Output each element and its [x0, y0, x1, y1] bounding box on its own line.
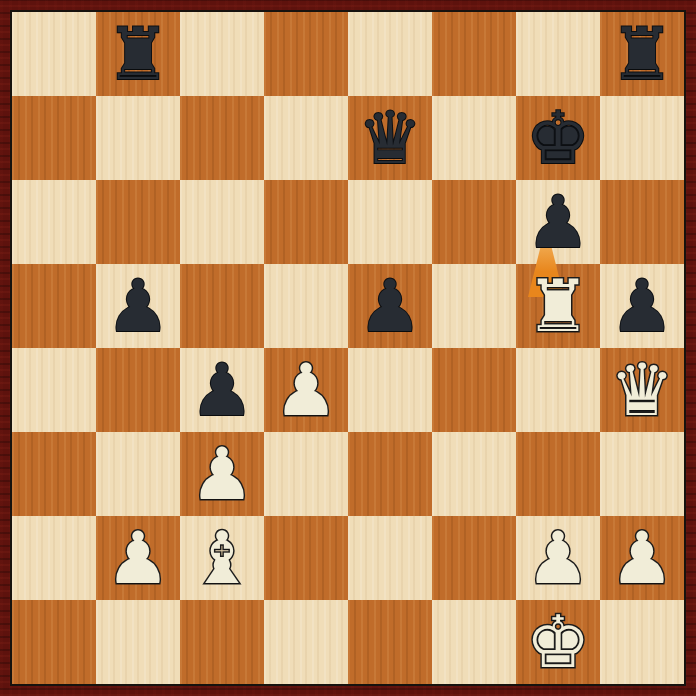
white-pawn[interactable]: ♟: [274, 348, 339, 432]
cell-d4: ♟: [264, 348, 348, 432]
black-pawn[interactable]: ♟: [106, 264, 171, 348]
chess-app: ♜♜♛♚♟♟♟♜♟♟♟♛♟♟♝♟♟♚: [0, 0, 696, 696]
cell-h4: ♛: [600, 348, 684, 432]
square-a5[interactable]: [12, 264, 96, 348]
cell-g5: ♜: [516, 264, 600, 348]
square-e3[interactable]: [348, 432, 432, 516]
square-f5[interactable]: [432, 264, 516, 348]
black-queen[interactable]: ♛: [358, 96, 423, 180]
square-g8[interactable]: [516, 12, 600, 96]
square-f3[interactable]: [432, 432, 516, 516]
black-pawn[interactable]: ♟: [610, 264, 675, 348]
square-e8[interactable]: [348, 12, 432, 96]
square-a2[interactable]: [12, 516, 96, 600]
white-king[interactable]: ♚: [526, 600, 591, 684]
white-pawn[interactable]: ♟: [610, 516, 675, 600]
square-f6[interactable]: [432, 180, 516, 264]
square-e1[interactable]: [348, 600, 432, 684]
cell-h5: ♟: [600, 264, 684, 348]
cell-g6: ♟: [516, 180, 600, 264]
white-pawn[interactable]: ♟: [106, 516, 171, 600]
white-pawn[interactable]: ♟: [526, 516, 591, 600]
white-pawn[interactable]: ♟: [190, 432, 255, 516]
white-bishop[interactable]: ♝: [190, 516, 255, 600]
cell-g2: ♟: [516, 516, 600, 600]
square-d8[interactable]: [264, 12, 348, 96]
square-b7[interactable]: [96, 96, 180, 180]
cell-c2: ♝: [180, 516, 264, 600]
square-c6[interactable]: [180, 180, 264, 264]
cell-g7: ♚: [516, 96, 600, 180]
square-d6[interactable]: [264, 180, 348, 264]
square-h3[interactable]: [600, 432, 684, 516]
square-d5[interactable]: [264, 264, 348, 348]
square-a7[interactable]: [12, 96, 96, 180]
square-c1[interactable]: [180, 600, 264, 684]
square-a1[interactable]: [12, 600, 96, 684]
cell-e7: ♛: [348, 96, 432, 180]
black-rook[interactable]: ♜: [106, 12, 171, 96]
square-b3[interactable]: [96, 432, 180, 516]
square-c8[interactable]: [180, 12, 264, 96]
square-b4[interactable]: [96, 348, 180, 432]
square-c7[interactable]: [180, 96, 264, 180]
square-c5[interactable]: [180, 264, 264, 348]
square-e2[interactable]: [348, 516, 432, 600]
square-h6[interactable]: [600, 180, 684, 264]
square-e4[interactable]: [348, 348, 432, 432]
square-e6[interactable]: [348, 180, 432, 264]
white-queen[interactable]: ♛: [610, 348, 675, 432]
square-b6[interactable]: [96, 180, 180, 264]
square-a3[interactable]: [12, 432, 96, 516]
cell-b5: ♟: [96, 264, 180, 348]
black-pawn[interactable]: ♟: [190, 348, 255, 432]
square-f4[interactable]: [432, 348, 516, 432]
square-d2[interactable]: [264, 516, 348, 600]
square-a8[interactable]: [12, 12, 96, 96]
square-a4[interactable]: [12, 348, 96, 432]
cell-c4: ♟: [180, 348, 264, 432]
cell-h8: ♜: [600, 12, 684, 96]
square-f8[interactable]: [432, 12, 516, 96]
cell-c3: ♟: [180, 432, 264, 516]
cell-b8: ♜: [96, 12, 180, 96]
square-f2[interactable]: [432, 516, 516, 600]
square-h7[interactable]: [600, 96, 684, 180]
square-b1[interactable]: [96, 600, 180, 684]
square-f1[interactable]: [432, 600, 516, 684]
square-a6[interactable]: [12, 180, 96, 264]
square-h1[interactable]: [600, 600, 684, 684]
cell-b2: ♟: [96, 516, 180, 600]
cell-e5: ♟: [348, 264, 432, 348]
black-rook[interactable]: ♜: [610, 12, 675, 96]
square-d7[interactable]: [264, 96, 348, 180]
black-pawn[interactable]: ♟: [526, 180, 591, 264]
square-d1[interactable]: [264, 600, 348, 684]
square-f7[interactable]: [432, 96, 516, 180]
black-king[interactable]: ♚: [526, 96, 591, 180]
black-pawn[interactable]: ♟: [358, 264, 423, 348]
square-d3[interactable]: [264, 432, 348, 516]
square-g3[interactable]: [516, 432, 600, 516]
square-g4[interactable]: [516, 348, 600, 432]
white-rook[interactable]: ♜: [526, 264, 591, 348]
cell-g1: ♚: [516, 600, 600, 684]
cell-h2: ♟: [600, 516, 684, 600]
